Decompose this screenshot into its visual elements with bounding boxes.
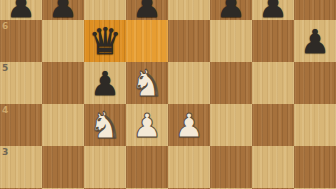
square-c3[interactable] [84,146,126,188]
chess-board-viewport: ♟♟♟♟♟6♛♟5♟♞4♞♟♟3 [0,0,336,189]
square-b6[interactable] [42,20,84,62]
square-b3[interactable] [42,146,84,188]
rank-coordinate-3: 3 [2,147,8,157]
square-f5[interactable] [210,62,252,104]
square-c2[interactable] [84,188,126,189]
square-a3[interactable]: 3 [0,146,42,188]
square-h7[interactable] [294,0,336,20]
rank-coordinate-5: 5 [2,63,8,73]
square-a4[interactable]: 4 [0,104,42,146]
square-d6[interactable] [126,20,168,62]
white-pawn[interactable]: ♟ [168,104,210,146]
square-h6[interactable]: ♟ [294,20,336,62]
square-d3[interactable] [126,146,168,188]
square-d5[interactable]: ♞ [126,62,168,104]
square-b2[interactable] [42,188,84,189]
square-e2[interactable] [168,188,210,189]
square-f2[interactable] [210,188,252,189]
square-g7[interactable]: ♟ [252,0,294,20]
square-a5[interactable]: 5 [0,62,42,104]
square-d7[interactable]: ♟ [126,0,168,20]
square-h2[interactable] [294,188,336,189]
square-h3[interactable] [294,146,336,188]
square-c4[interactable]: ♞ [84,104,126,146]
square-e3[interactable] [168,146,210,188]
square-b7[interactable]: ♟ [42,0,84,20]
square-h5[interactable] [294,62,336,104]
square-e6[interactable] [168,20,210,62]
square-f6[interactable] [210,20,252,62]
square-g3[interactable] [252,146,294,188]
square-b4[interactable] [42,104,84,146]
chess-board: ♟♟♟♟♟6♛♟5♟♞4♞♟♟3 [0,0,336,189]
square-g6[interactable] [252,20,294,62]
square-g2[interactable] [252,188,294,189]
square-c7[interactable] [84,0,126,20]
square-c5[interactable]: ♟ [84,62,126,104]
black-pawn[interactable]: ♟ [84,62,126,104]
square-d2[interactable] [126,188,168,189]
white-knight[interactable]: ♞ [84,104,126,146]
square-g4[interactable] [252,104,294,146]
rank-coordinate-6: 6 [2,21,8,31]
square-e4[interactable]: ♟ [168,104,210,146]
square-g5[interactable] [252,62,294,104]
white-pawn[interactable]: ♟ [126,104,168,146]
square-h4[interactable] [294,104,336,146]
square-b5[interactable] [42,62,84,104]
square-a6[interactable]: 6 [0,20,42,62]
square-c6[interactable]: ♛ [84,20,126,62]
black-queen[interactable]: ♛ [84,20,126,62]
square-a7[interactable]: ♟ [0,0,42,20]
white-knight[interactable]: ♞ [126,62,168,104]
black-pawn[interactable]: ♟ [294,20,336,62]
square-f7[interactable]: ♟ [210,0,252,20]
square-a2[interactable] [0,188,42,189]
square-e5[interactable] [168,62,210,104]
rank-coordinate-4: 4 [2,105,8,115]
square-e7[interactable] [168,0,210,20]
square-f3[interactable] [210,146,252,188]
square-d4[interactable]: ♟ [126,104,168,146]
square-f4[interactable] [210,104,252,146]
